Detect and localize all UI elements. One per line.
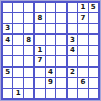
cell-r3c3[interactable]: [24, 24, 33, 33]
cell-r9c4[interactable]: [35, 89, 44, 98]
cell-r4c5[interactable]: [46, 35, 55, 44]
cell-r1c3[interactable]: [24, 3, 33, 12]
cell-r9c6[interactable]: [56, 89, 65, 98]
cell-r7c2[interactable]: [13, 68, 22, 77]
cell-r7c3[interactable]: [24, 68, 33, 77]
cell-r1c2[interactable]: [13, 3, 22, 12]
cell-r3c1[interactable]: 3: [3, 24, 12, 33]
cell-r6c5[interactable]: [46, 56, 55, 65]
cell-r7c1[interactable]: 5: [3, 68, 12, 77]
cell-r7c8[interactable]: [78, 68, 87, 77]
cell-r6c7[interactable]: [68, 56, 77, 65]
cell-r9c1[interactable]: [3, 89, 12, 98]
cell-r6c6[interactable]: [56, 56, 65, 65]
cell-r9c9[interactable]: [89, 89, 98, 98]
cell-r1c1[interactable]: [3, 3, 12, 12]
cell-r9c3[interactable]: [24, 89, 33, 98]
cell-r6c2[interactable]: [13, 56, 22, 65]
cell-r2c3[interactable]: [24, 13, 33, 22]
cell-r2c1[interactable]: [3, 13, 12, 22]
cell-r4c1[interactable]: 4: [3, 35, 12, 44]
cell-r9c5[interactable]: [46, 89, 55, 98]
cell-r8c4[interactable]: [35, 78, 44, 87]
cell-r5c9[interactable]: [89, 46, 98, 55]
cell-r3c2[interactable]: [13, 24, 22, 33]
cell-r1c7[interactable]: [68, 3, 77, 12]
cell-r5c1[interactable]: [3, 46, 12, 55]
cell-r5c7[interactable]: 4: [68, 46, 77, 55]
cell-r1c4[interactable]: [35, 3, 44, 12]
cell-r6c1[interactable]: [3, 56, 12, 65]
cell-r4c4[interactable]: [35, 35, 44, 44]
cell-r3c7[interactable]: [68, 24, 77, 33]
cell-r4c8[interactable]: [78, 35, 87, 44]
cell-r6c4[interactable]: 7: [35, 56, 44, 65]
cell-r5c4[interactable]: 1: [35, 46, 44, 55]
cell-r3c9[interactable]: [89, 24, 98, 33]
cell-r2c8[interactable]: 7: [78, 13, 87, 22]
cell-r2c4[interactable]: 8: [35, 13, 44, 22]
cell-r8c7[interactable]: [68, 78, 77, 87]
cell-r1c9[interactable]: 5: [89, 3, 98, 12]
cell-r8c2[interactable]: [13, 78, 22, 87]
cell-r9c2[interactable]: 1: [13, 89, 22, 98]
cell-r9c7[interactable]: [68, 89, 77, 98]
cell-r8c1[interactable]: [3, 78, 12, 87]
cell-r7c4[interactable]: [35, 68, 44, 77]
cell-r2c5[interactable]: [46, 13, 55, 22]
cell-r7c9[interactable]: [89, 68, 98, 77]
cell-r4c7[interactable]: 3: [68, 35, 77, 44]
cell-r2c9[interactable]: [89, 13, 98, 22]
cell-r7c5[interactable]: 4: [46, 68, 55, 77]
cell-r8c9[interactable]: [89, 78, 98, 87]
cell-r9c8[interactable]: [78, 89, 87, 98]
cell-r1c6[interactable]: [56, 3, 65, 12]
cell-r5c5[interactable]: [46, 46, 55, 55]
cell-r3c6[interactable]: [56, 24, 65, 33]
cell-r8c3[interactable]: [24, 78, 33, 87]
cell-r7c7[interactable]: 2: [68, 68, 77, 77]
cell-r5c3[interactable]: [24, 46, 33, 55]
cell-r6c3[interactable]: [24, 56, 33, 65]
cell-r8c8[interactable]: 6: [78, 78, 87, 87]
cell-r3c8[interactable]: [78, 24, 87, 33]
sudoku-board: 15873483147542961: [1, 1, 100, 100]
cell-r5c6[interactable]: [56, 46, 65, 55]
cell-r4c3[interactable]: 8: [24, 35, 33, 44]
cell-r7c6[interactable]: [56, 68, 65, 77]
cell-r4c9[interactable]: [89, 35, 98, 44]
cell-r8c6[interactable]: [56, 78, 65, 87]
cell-r3c5[interactable]: [46, 24, 55, 33]
cell-r2c7[interactable]: [68, 13, 77, 22]
cell-r2c2[interactable]: [13, 13, 22, 22]
cell-r6c9[interactable]: [89, 56, 98, 65]
cell-r6c8[interactable]: [78, 56, 87, 65]
cell-r2c6[interactable]: [56, 13, 65, 22]
cell-r5c2[interactable]: [13, 46, 22, 55]
cell-r1c5[interactable]: [46, 3, 55, 12]
cell-r8c5[interactable]: 9: [46, 78, 55, 87]
cell-r5c8[interactable]: [78, 46, 87, 55]
sudoku-page: 15873483147542961: [0, 0, 101, 101]
cell-r4c2[interactable]: [13, 35, 22, 44]
cell-r3c4[interactable]: [35, 24, 44, 33]
cell-r4c6[interactable]: [56, 35, 65, 44]
cell-r1c8[interactable]: 1: [78, 3, 87, 12]
